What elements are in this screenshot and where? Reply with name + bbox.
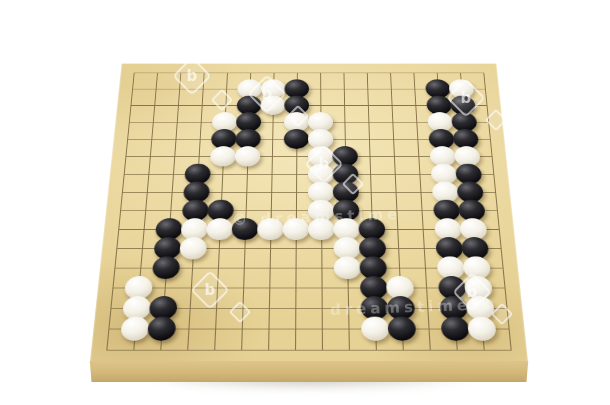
stone-white[interactable] bbox=[179, 237, 207, 259]
stone-white[interactable] bbox=[234, 146, 260, 166]
stone-white[interactable] bbox=[120, 317, 150, 341]
stone-white[interactable] bbox=[210, 146, 236, 166]
stone-white[interactable] bbox=[206, 218, 233, 240]
stone-white[interactable] bbox=[334, 256, 361, 279]
stone-white[interactable] bbox=[260, 96, 285, 115]
stone-black[interactable] bbox=[152, 256, 181, 279]
stone-white[interactable] bbox=[308, 218, 335, 240]
go-board[interactable] bbox=[90, 63, 528, 363]
stone-white[interactable] bbox=[467, 317, 497, 341]
stone-black[interactable] bbox=[284, 129, 309, 149]
stone-black[interactable] bbox=[441, 317, 470, 341]
board-front-edge bbox=[88, 361, 530, 382]
stone-black[interactable] bbox=[387, 317, 416, 341]
stone-white[interactable] bbox=[361, 317, 390, 341]
stones-layer bbox=[90, 63, 528, 363]
stone-white[interactable] bbox=[257, 218, 284, 240]
stone-white[interactable] bbox=[282, 218, 309, 240]
photo-scene: b b b b b b © dreamstime dreamstime © bbox=[0, 0, 610, 405]
stone-black[interactable] bbox=[231, 218, 258, 240]
stone-black[interactable] bbox=[147, 317, 176, 341]
